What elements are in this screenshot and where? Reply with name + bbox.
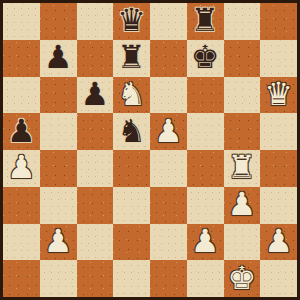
- square-d8[interactable]: ♛: [113, 3, 150, 40]
- square-g3[interactable]: ♟: [224, 187, 261, 224]
- piece-black-pawn-a5[interactable]: ♟: [7, 115, 36, 147]
- square-d5[interactable]: ♞: [113, 113, 150, 150]
- piece-white-pawn-e5[interactable]: ♟: [154, 115, 183, 147]
- square-d3[interactable]: [113, 187, 150, 224]
- square-c5[interactable]: [77, 113, 114, 150]
- square-b8[interactable]: [40, 3, 77, 40]
- piece-white-pawn-g3[interactable]: ♟: [228, 188, 257, 220]
- square-a3[interactable]: [3, 187, 40, 224]
- square-g7[interactable]: [224, 40, 261, 77]
- square-e4[interactable]: [150, 150, 187, 187]
- square-f8[interactable]: ♜: [187, 3, 224, 40]
- square-d6[interactable]: ♞: [113, 77, 150, 114]
- piece-white-queen-h6[interactable]: ♛: [264, 78, 293, 110]
- square-g5[interactable]: [224, 113, 261, 150]
- square-f6[interactable]: [187, 77, 224, 114]
- square-g2[interactable]: [224, 224, 261, 261]
- square-d7[interactable]: ♜: [113, 40, 150, 77]
- piece-white-pawn-f2[interactable]: ♟: [191, 225, 220, 257]
- square-a4[interactable]: ♟: [3, 150, 40, 187]
- square-f3[interactable]: [187, 187, 224, 224]
- piece-white-king-g1[interactable]: ♚: [228, 262, 257, 294]
- square-d2[interactable]: [113, 224, 150, 261]
- square-b5[interactable]: [40, 113, 77, 150]
- square-e5[interactable]: ♟: [150, 113, 187, 150]
- square-f2[interactable]: ♟: [187, 224, 224, 261]
- piece-white-pawn-h2[interactable]: ♟: [264, 225, 293, 257]
- square-h8[interactable]: [260, 3, 297, 40]
- square-b1[interactable]: [40, 260, 77, 297]
- square-a7[interactable]: [3, 40, 40, 77]
- square-e7[interactable]: [150, 40, 187, 77]
- square-b7[interactable]: ♟: [40, 40, 77, 77]
- square-h2[interactable]: ♟: [260, 224, 297, 261]
- square-e2[interactable]: [150, 224, 187, 261]
- piece-black-queen-d8[interactable]: ♛: [117, 4, 146, 36]
- piece-white-rook-g4[interactable]: ♜: [228, 151, 257, 183]
- square-b4[interactable]: [40, 150, 77, 187]
- square-b2[interactable]: ♟: [40, 224, 77, 261]
- square-g1[interactable]: ♚: [224, 260, 261, 297]
- square-c6[interactable]: ♟: [77, 77, 114, 114]
- square-f7[interactable]: ♚: [187, 40, 224, 77]
- piece-black-pawn-b7[interactable]: ♟: [44, 41, 73, 73]
- piece-white-pawn-b2[interactable]: ♟: [44, 225, 73, 257]
- piece-black-knight-d5[interactable]: ♞: [117, 115, 146, 147]
- square-g4[interactable]: ♜: [224, 150, 261, 187]
- square-c7[interactable]: [77, 40, 114, 77]
- piece-white-knight-d6[interactable]: ♞: [117, 78, 146, 110]
- square-e6[interactable]: [150, 77, 187, 114]
- square-f5[interactable]: [187, 113, 224, 150]
- square-b6[interactable]: [40, 77, 77, 114]
- square-a2[interactable]: [3, 224, 40, 261]
- square-h5[interactable]: [260, 113, 297, 150]
- square-c2[interactable]: [77, 224, 114, 261]
- square-c8[interactable]: [77, 3, 114, 40]
- square-d4[interactable]: [113, 150, 150, 187]
- chess-board: ♛♜♟♜♚♟♞♛♟♞♟♟♜♟♟♟♟♚: [0, 0, 300, 300]
- square-e3[interactable]: [150, 187, 187, 224]
- piece-black-rook-d7[interactable]: ♜: [117, 41, 146, 73]
- square-a6[interactable]: [3, 77, 40, 114]
- square-b3[interactable]: [40, 187, 77, 224]
- board-grid: ♛♜♟♜♚♟♞♛♟♞♟♟♜♟♟♟♟♚: [3, 3, 297, 297]
- piece-black-rook-f8[interactable]: ♜: [191, 4, 220, 36]
- square-d1[interactable]: [113, 260, 150, 297]
- square-g6[interactable]: [224, 77, 261, 114]
- square-a5[interactable]: ♟: [3, 113, 40, 150]
- piece-black-king-f7[interactable]: ♚: [191, 41, 220, 73]
- square-e1[interactable]: [150, 260, 187, 297]
- square-a1[interactable]: [3, 260, 40, 297]
- square-g8[interactable]: [224, 3, 261, 40]
- square-h4[interactable]: [260, 150, 297, 187]
- square-a8[interactable]: [3, 3, 40, 40]
- square-h6[interactable]: ♛: [260, 77, 297, 114]
- piece-black-pawn-c6[interactable]: ♟: [81, 78, 110, 110]
- square-f1[interactable]: [187, 260, 224, 297]
- square-c4[interactable]: [77, 150, 114, 187]
- square-c3[interactable]: [77, 187, 114, 224]
- square-f4[interactable]: [187, 150, 224, 187]
- square-h7[interactable]: [260, 40, 297, 77]
- square-h3[interactable]: [260, 187, 297, 224]
- square-h1[interactable]: [260, 260, 297, 297]
- square-e8[interactable]: [150, 3, 187, 40]
- piece-white-pawn-a4[interactable]: ♟: [7, 151, 36, 183]
- square-c1[interactable]: [77, 260, 114, 297]
